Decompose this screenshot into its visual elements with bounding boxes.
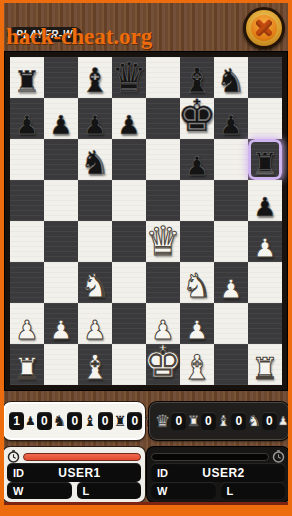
piece-white-rook-h1[interactable]: ♜ [252, 354, 279, 384]
board-frame: ♜♝♛♝♞♟♟♟♟♚♟♞♟♜♟♛♟♞♞♟♟♟♟♟♟♜♝♚♝♜ [5, 52, 287, 390]
piece-black-knight-c6[interactable]: ♞ [80, 146, 110, 179]
piece-white-pawn-b2[interactable]: ♟ [49, 317, 72, 343]
captured-counter-black-pawn: 1♟ [9, 412, 37, 430]
black-bishop-icon: ♝ [83, 414, 96, 429]
square-g7[interactable]: ♟ [214, 98, 248, 139]
square-d5[interactable] [112, 180, 146, 221]
square-h5[interactable]: ♟ [248, 180, 282, 221]
square-c5[interactable] [78, 180, 112, 221]
piece-white-knight-c3[interactable]: ♞ [80, 269, 110, 302]
piece-black-rook-h6[interactable]: ♜ [252, 149, 279, 179]
piece-black-knight-g8[interactable]: ♞ [216, 64, 246, 97]
player2-id-box: ID USER2 [151, 463, 285, 482]
square-c6[interactable]: ♞ [78, 139, 112, 180]
square-h6[interactable]: ♜ [248, 139, 282, 180]
square-f2[interactable]: ♟ [180, 303, 214, 344]
captured-count: 0 [262, 412, 277, 430]
black-pawn-icon: ♟ [25, 415, 36, 427]
piece-white-rook-a1[interactable]: ♜ [14, 354, 41, 384]
square-c2[interactable]: ♟ [78, 303, 112, 344]
app-screen: PLAYER-W hack-cheat.org ♜♝♛♝♞♟♟♟♟♚♟♞♟♜♟♛… [0, 0, 292, 516]
close-button[interactable] [243, 7, 285, 49]
square-a8[interactable]: ♜ [10, 57, 44, 98]
piece-white-pawn-f2[interactable]: ♟ [185, 317, 208, 343]
board[interactable]: ♜♝♛♝♞♟♟♟♟♚♟♞♟♜♟♛♟♞♞♟♟♟♟♟♟♜♝♚♝♜ [10, 57, 282, 385]
losses-label: L [227, 485, 234, 497]
captured-count: 0 [127, 412, 142, 430]
captured-counter-white-bishop: ♝0 [216, 412, 246, 430]
piece-black-pawn-b7[interactable]: ♟ [49, 112, 72, 138]
square-g1[interactable] [214, 344, 248, 385]
white-pawn-icon: ♟ [278, 415, 289, 427]
piece-white-bishop-f1[interactable]: ♝ [182, 350, 212, 384]
square-b7[interactable]: ♟ [44, 98, 78, 139]
piece-black-pawn-a7[interactable]: ♟ [15, 112, 38, 138]
captured-count: 0 [98, 412, 113, 430]
clock-icon [7, 450, 20, 463]
square-g8[interactable]: ♞ [214, 57, 248, 98]
captured-count: 0 [201, 412, 216, 430]
header: PLAYER-W hack-cheat.org [0, 0, 292, 57]
piece-white-king-e1[interactable]: ♚ [143, 340, 182, 384]
square-c4[interactable] [78, 221, 112, 262]
white-queen-icon: ♛ [155, 413, 170, 430]
piece-black-pawn-c7[interactable]: ♟ [83, 112, 106, 138]
square-a2[interactable]: ♟ [10, 303, 44, 344]
watermark-frame [0, 0, 292, 3]
white-bishop-icon: ♝ [217, 414, 230, 429]
square-d7[interactable]: ♟ [112, 98, 146, 139]
player2-time-bar [151, 453, 269, 461]
piece-white-knight-f3[interactable]: ♞ [182, 269, 212, 302]
square-d4[interactable] [112, 221, 146, 262]
player2-card: ID USER2 W L [147, 447, 289, 502]
square-b4[interactable] [44, 221, 78, 262]
captured-count: 0 [231, 412, 246, 430]
id-label: ID [157, 467, 168, 479]
square-e8[interactable] [146, 57, 180, 98]
square-b8[interactable] [44, 57, 78, 98]
wins-label: W [13, 485, 23, 497]
piece-white-pawn-h4[interactable]: ♟ [253, 235, 276, 261]
watermark-frame [0, 0, 4, 516]
square-d8[interactable]: ♛ [112, 57, 146, 98]
square-a6[interactable] [10, 139, 44, 180]
player2-name: USER2 [168, 466, 279, 480]
piece-white-bishop-c1[interactable]: ♝ [80, 350, 110, 384]
player2-wins-box: W [151, 482, 216, 499]
watermark-frame [288, 0, 292, 516]
player2-losses-box: L [221, 482, 286, 499]
captured-counter-black-rook: 0♜ [98, 412, 128, 430]
square-h4[interactable]: ♟ [248, 221, 282, 262]
square-e3[interactable] [146, 262, 180, 303]
square-h7[interactable] [248, 98, 282, 139]
piece-black-pawn-h5[interactable]: ♟ [253, 194, 276, 220]
watermark-frame [0, 505, 292, 516]
square-b3[interactable] [44, 262, 78, 303]
square-e7[interactable] [146, 98, 180, 139]
piece-black-pawn-g7[interactable]: ♟ [219, 112, 242, 138]
captured-counter-black-bishop: 0♝ [67, 412, 97, 430]
piece-black-bishop-c8[interactable]: ♝ [80, 63, 110, 97]
square-a7[interactable]: ♟ [10, 98, 44, 139]
piece-black-rook-a8[interactable]: ♜ [14, 67, 41, 97]
square-a1[interactable]: ♜ [10, 344, 44, 385]
square-d1[interactable] [112, 344, 146, 385]
piece-white-queen-e4[interactable]: ♛ [145, 221, 181, 261]
captured-counter-black-knight: 0♞ [37, 412, 67, 430]
captured-by-black-tray: ♛0♜0♝0♞0♟1 [149, 402, 289, 440]
square-h1[interactable]: ♜ [248, 344, 282, 385]
captured-by-white-tray: 1♟0♞0♝0♜0♛ [3, 402, 145, 440]
player1-losses-box: L [77, 482, 142, 499]
square-b6[interactable] [44, 139, 78, 180]
piece-white-pawn-g3[interactable]: ♟ [219, 276, 242, 302]
piece-black-queen-d8[interactable]: ♛ [111, 57, 147, 97]
clock-icon [272, 450, 285, 463]
square-g4[interactable] [214, 221, 248, 262]
square-c1[interactable]: ♝ [78, 344, 112, 385]
square-h8[interactable] [248, 57, 282, 98]
losses-label: L [83, 485, 90, 497]
square-f3[interactable]: ♞ [180, 262, 214, 303]
piece-white-pawn-a2[interactable]: ♟ [15, 317, 38, 343]
square-b2[interactable]: ♟ [44, 303, 78, 344]
piece-black-king-f7[interactable]: ♚ [177, 94, 216, 138]
square-h3[interactable] [248, 262, 282, 303]
square-g3[interactable]: ♟ [214, 262, 248, 303]
captured-count: 0 [37, 412, 52, 430]
close-button-ring [246, 10, 282, 46]
square-g2[interactable] [214, 303, 248, 344]
square-e5[interactable] [146, 180, 180, 221]
captured-counter-white-queen: ♛0 [154, 412, 186, 430]
square-h2[interactable] [248, 303, 282, 344]
white-knight-icon: ♞ [247, 414, 260, 429]
square-f7[interactable]: ♚ [180, 98, 214, 139]
square-a5[interactable] [10, 180, 44, 221]
square-b5[interactable] [44, 180, 78, 221]
square-f6[interactable]: ♟ [180, 139, 214, 180]
square-f4[interactable] [180, 221, 214, 262]
black-rook-icon: ♜ [114, 414, 127, 428]
square-e6[interactable] [146, 139, 180, 180]
captured-count: 0 [67, 412, 82, 430]
piece-black-pawn-f6[interactable]: ♟ [185, 153, 208, 179]
player1-time-bar [23, 453, 141, 461]
square-g6[interactable] [214, 139, 248, 180]
player1-id-box: ID USER1 [7, 463, 141, 482]
player1-card: ID USER1 W L [3, 447, 145, 502]
piece-black-pawn-d7[interactable]: ♟ [117, 112, 140, 138]
square-a4[interactable] [10, 221, 44, 262]
square-f1[interactable]: ♝ [180, 344, 214, 385]
square-d2[interactable] [112, 303, 146, 344]
square-d3[interactable] [112, 262, 146, 303]
square-e1[interactable]: ♚ [146, 344, 180, 385]
captured-counter-white-knight: ♞0 [246, 412, 276, 430]
square-c8[interactable]: ♝ [78, 57, 112, 98]
id-label: ID [13, 467, 24, 479]
square-c3[interactable]: ♞ [78, 262, 112, 303]
watermark-text: hack-cheat.org [6, 24, 152, 50]
white-rook-icon: ♜ [187, 414, 200, 428]
player1-name: USER1 [24, 466, 135, 480]
square-e4[interactable]: ♛ [146, 221, 180, 262]
square-g5[interactable] [214, 180, 248, 221]
wins-label: W [157, 485, 167, 497]
square-f5[interactable] [180, 180, 214, 221]
square-c7[interactable]: ♟ [78, 98, 112, 139]
captured-counter-white-rook: ♜0 [186, 412, 216, 430]
square-b1[interactable] [44, 344, 78, 385]
player1-wins-box: W [7, 482, 72, 499]
close-icon [251, 15, 277, 41]
piece-white-pawn-c2[interactable]: ♟ [83, 317, 106, 343]
square-d6[interactable] [112, 139, 146, 180]
captured-count: 0 [171, 412, 186, 430]
captured-count: 1 [9, 412, 24, 430]
black-knight-icon: ♞ [53, 414, 66, 429]
square-a3[interactable] [10, 262, 44, 303]
